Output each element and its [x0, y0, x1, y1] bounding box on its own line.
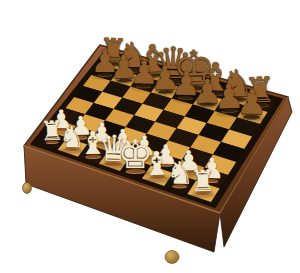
piece-brown-pawn-h7[interactable]: ♟: [236, 86, 267, 121]
board-foot-left: [23, 183, 32, 194]
rook-glyph: ♜: [190, 166, 217, 196]
chess-set-scene: ♜♞♟♝♟♛♟♚♟♝♟♞♟♜♟♟♟♟♜♟♞♟♝♟♛♟♚♟♝♟♞♜: [0, 0, 300, 273]
piece-white-rook-h1[interactable]: ♜: [190, 166, 217, 196]
pawn-glyph: ♟: [236, 86, 267, 121]
board-foot-front: [165, 251, 179, 264]
